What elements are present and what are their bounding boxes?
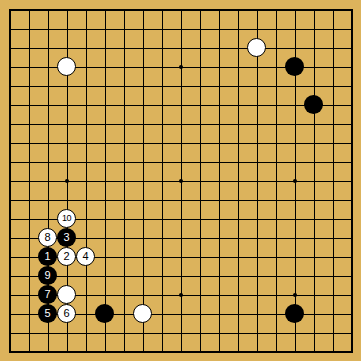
white-stone-O17 <box>247 38 266 57</box>
white-stone-D8-move-10: 10 <box>57 209 76 228</box>
white-stone-D6-move-2: 2 <box>57 247 76 266</box>
black-stone-C5-move-9: 9 <box>38 266 57 285</box>
black-stone-R14 <box>304 95 323 114</box>
black-stone-C6-move-1: 1 <box>38 247 57 266</box>
white-stone-E6-move-4: 4 <box>76 247 95 266</box>
black-stone-D7-move-3: 3 <box>57 228 76 247</box>
white-stone-D3-move-6: 6 <box>57 304 76 323</box>
black-stone-Q3 <box>285 304 304 323</box>
go-board-grid[interactable]: 12345678910 <box>0 0 361 361</box>
black-stone-Q16 <box>285 57 304 76</box>
white-stone-C7-move-8: 8 <box>38 228 57 247</box>
white-stone-H3 <box>133 304 152 323</box>
black-stone-C3-move-5: 5 <box>38 304 57 323</box>
white-stone-D4 <box>57 285 76 304</box>
go-board[interactable]: 12345678910 <box>0 0 361 361</box>
white-stone-D16 <box>57 57 76 76</box>
black-stone-F3 <box>95 304 114 323</box>
black-stone-C4-move-7: 7 <box>38 285 57 304</box>
